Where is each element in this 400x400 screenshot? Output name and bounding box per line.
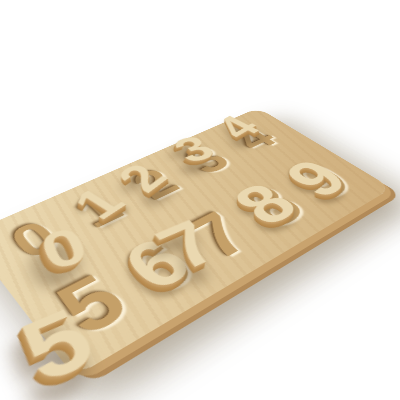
- product-photo-stage: 0 0 1 1 2 2 3 3 4 4 5 5: [0, 0, 400, 400]
- puzzle-board: 0 0 1 1 2 2 3 3 4 4 5 5: [0, 108, 392, 377]
